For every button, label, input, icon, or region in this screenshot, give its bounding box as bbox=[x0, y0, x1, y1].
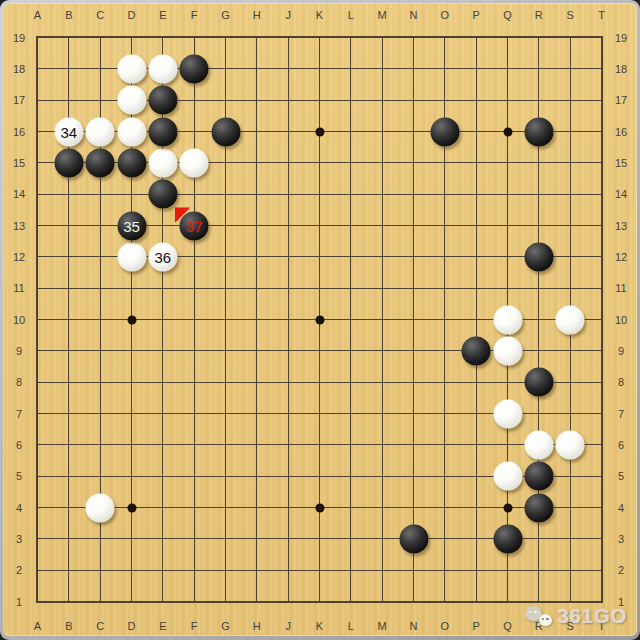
row-label-left-2: 2 bbox=[16, 564, 22, 576]
col-label-top-D: D bbox=[128, 9, 136, 21]
stone-white-E12: 36 bbox=[148, 242, 177, 271]
stone-black-E14 bbox=[148, 180, 177, 209]
col-label-top-C: C bbox=[96, 9, 104, 21]
row-label-right-13: 13 bbox=[615, 220, 627, 232]
col-label-top-O: O bbox=[441, 9, 450, 21]
stone-black-R5 bbox=[524, 462, 553, 491]
watermark: 361GO bbox=[525, 605, 627, 628]
col-label-bottom-L: L bbox=[348, 620, 354, 632]
star-point-Q16 bbox=[503, 127, 512, 136]
stone-black-P9 bbox=[462, 336, 491, 365]
stone-black-C15 bbox=[86, 148, 115, 177]
col-label-top-A: A bbox=[34, 9, 41, 21]
col-label-bottom-N: N bbox=[410, 620, 418, 632]
row-label-right-5: 5 bbox=[618, 470, 624, 482]
row-label-right-17: 17 bbox=[615, 94, 627, 106]
col-label-top-R: R bbox=[535, 9, 543, 21]
row-label-right-18: 18 bbox=[615, 63, 627, 75]
col-label-top-N: N bbox=[410, 9, 418, 21]
wechat-bubble-small bbox=[539, 614, 552, 626]
stone-black-B15 bbox=[54, 148, 83, 177]
col-label-top-G: G bbox=[221, 9, 230, 21]
col-label-top-Q: Q bbox=[503, 9, 512, 21]
stone-black-N3 bbox=[399, 524, 428, 553]
stone-black-G16 bbox=[211, 117, 240, 146]
stone-white-D18 bbox=[117, 54, 146, 83]
stone-white-D16 bbox=[117, 117, 146, 146]
row-label-left-16: 16 bbox=[13, 126, 25, 138]
stone-white-D12 bbox=[117, 242, 146, 271]
col-label-top-K: K bbox=[316, 9, 323, 21]
stone-white-S10 bbox=[556, 305, 585, 334]
row-label-left-9: 9 bbox=[16, 345, 22, 357]
star-point-K16 bbox=[315, 127, 324, 136]
star-point-Q4 bbox=[503, 503, 512, 512]
star-point-D4 bbox=[127, 503, 136, 512]
row-label-right-2: 2 bbox=[618, 564, 624, 576]
move-number-label: 34 bbox=[60, 124, 77, 139]
stone-white-B16: 34 bbox=[54, 117, 83, 146]
col-label-top-T: T bbox=[598, 9, 605, 21]
stone-black-D15 bbox=[117, 148, 146, 177]
stone-white-Q9 bbox=[493, 336, 522, 365]
row-label-left-15: 15 bbox=[13, 157, 25, 169]
row-label-right-7: 7 bbox=[618, 408, 624, 420]
col-label-bottom-E: E bbox=[159, 620, 166, 632]
move-number-label: 35 bbox=[123, 218, 140, 233]
move-number-label: 36 bbox=[154, 249, 171, 264]
col-label-bottom-F: F bbox=[191, 620, 198, 632]
col-label-bottom-C: C bbox=[96, 620, 104, 632]
col-label-bottom-A: A bbox=[34, 620, 41, 632]
col-label-bottom-Q: Q bbox=[503, 620, 512, 632]
stone-black-Q3 bbox=[493, 524, 522, 553]
stone-black-R12 bbox=[524, 242, 553, 271]
col-label-top-S: S bbox=[566, 9, 573, 21]
stone-white-D17 bbox=[117, 86, 146, 115]
go-diagram-screenshot: AABBCCDDEEFFGGHHJJKKLLMMNNOOPPQQRRSSTT19… bbox=[0, 0, 640, 640]
col-label-bottom-G: G bbox=[221, 620, 230, 632]
col-label-bottom-K: K bbox=[316, 620, 323, 632]
row-label-left-10: 10 bbox=[13, 314, 25, 326]
row-label-right-4: 4 bbox=[618, 502, 624, 514]
stone-black-F18 bbox=[180, 54, 209, 83]
col-label-top-P: P bbox=[472, 9, 479, 21]
row-label-left-18: 18 bbox=[13, 63, 25, 75]
stone-white-E15 bbox=[148, 148, 177, 177]
stone-white-R6 bbox=[524, 430, 553, 459]
row-label-left-8: 8 bbox=[16, 376, 22, 388]
row-label-right-16: 16 bbox=[615, 126, 627, 138]
row-label-right-6: 6 bbox=[618, 439, 624, 451]
row-label-right-11: 11 bbox=[615, 282, 626, 294]
col-label-top-F: F bbox=[191, 9, 198, 21]
stone-black-R4 bbox=[524, 493, 553, 522]
row-label-right-10: 10 bbox=[615, 314, 627, 326]
stone-white-F15 bbox=[180, 148, 209, 177]
stone-black-E16 bbox=[148, 117, 177, 146]
row-label-left-6: 6 bbox=[16, 439, 22, 451]
stone-white-E18 bbox=[148, 54, 177, 83]
col-label-bottom-M: M bbox=[378, 620, 387, 632]
col-label-bottom-H: H bbox=[253, 620, 261, 632]
star-point-K10 bbox=[315, 315, 324, 324]
col-label-bottom-O: O bbox=[441, 620, 450, 632]
row-label-left-5: 5 bbox=[16, 470, 22, 482]
row-label-left-11: 11 bbox=[13, 282, 24, 294]
row-label-right-3: 3 bbox=[618, 533, 624, 545]
stone-white-Q5 bbox=[493, 462, 522, 491]
row-label-right-19: 19 bbox=[615, 32, 627, 44]
col-label-top-L: L bbox=[348, 9, 354, 21]
col-label-bottom-D: D bbox=[128, 620, 136, 632]
row-label-right-12: 12 bbox=[615, 251, 627, 263]
col-label-bottom-B: B bbox=[65, 620, 72, 632]
row-label-right-15: 15 bbox=[615, 157, 627, 169]
row-label-right-14: 14 bbox=[615, 188, 627, 200]
col-label-top-E: E bbox=[159, 9, 166, 21]
star-point-D10 bbox=[127, 315, 136, 324]
row-label-right-8: 8 bbox=[618, 376, 624, 388]
stone-black-R8 bbox=[524, 368, 553, 397]
row-label-right-9: 9 bbox=[618, 345, 624, 357]
stone-black-D13: 35 bbox=[117, 211, 146, 240]
col-label-top-J: J bbox=[285, 9, 291, 21]
stone-white-Q7 bbox=[493, 399, 522, 428]
watermark-text: 361GO bbox=[558, 605, 627, 628]
star-point-K4 bbox=[315, 503, 324, 512]
stone-black-E17 bbox=[148, 86, 177, 115]
stone-black-F13: 37 bbox=[180, 211, 209, 240]
row-label-left-14: 14 bbox=[13, 188, 25, 200]
stone-black-O16 bbox=[430, 117, 459, 146]
stone-white-C4 bbox=[86, 493, 115, 522]
col-label-top-B: B bbox=[65, 9, 72, 21]
col-label-bottom-J: J bbox=[285, 620, 291, 632]
row-label-left-13: 13 bbox=[13, 220, 25, 232]
move-number-label: 37 bbox=[186, 218, 203, 233]
col-label-top-H: H bbox=[253, 9, 261, 21]
row-label-left-19: 19 bbox=[13, 32, 25, 44]
row-label-left-1: 1 bbox=[16, 596, 22, 608]
stone-white-C16 bbox=[86, 117, 115, 146]
row-label-left-3: 3 bbox=[16, 533, 22, 545]
row-label-left-4: 4 bbox=[16, 502, 22, 514]
go-board: AABBCCDDEEFFGGHHJJKKLLMMNNOOPPQQRRSSTT19… bbox=[0, 0, 640, 640]
stone-white-S6 bbox=[556, 430, 585, 459]
col-label-bottom-P: P bbox=[472, 620, 479, 632]
row-label-left-17: 17 bbox=[13, 94, 25, 106]
stone-white-Q10 bbox=[493, 305, 522, 334]
row-label-left-12: 12 bbox=[13, 251, 25, 263]
stone-black-R16 bbox=[524, 117, 553, 146]
row-label-left-7: 7 bbox=[16, 408, 22, 420]
wechat-icon bbox=[525, 605, 553, 628]
col-label-top-M: M bbox=[378, 9, 387, 21]
